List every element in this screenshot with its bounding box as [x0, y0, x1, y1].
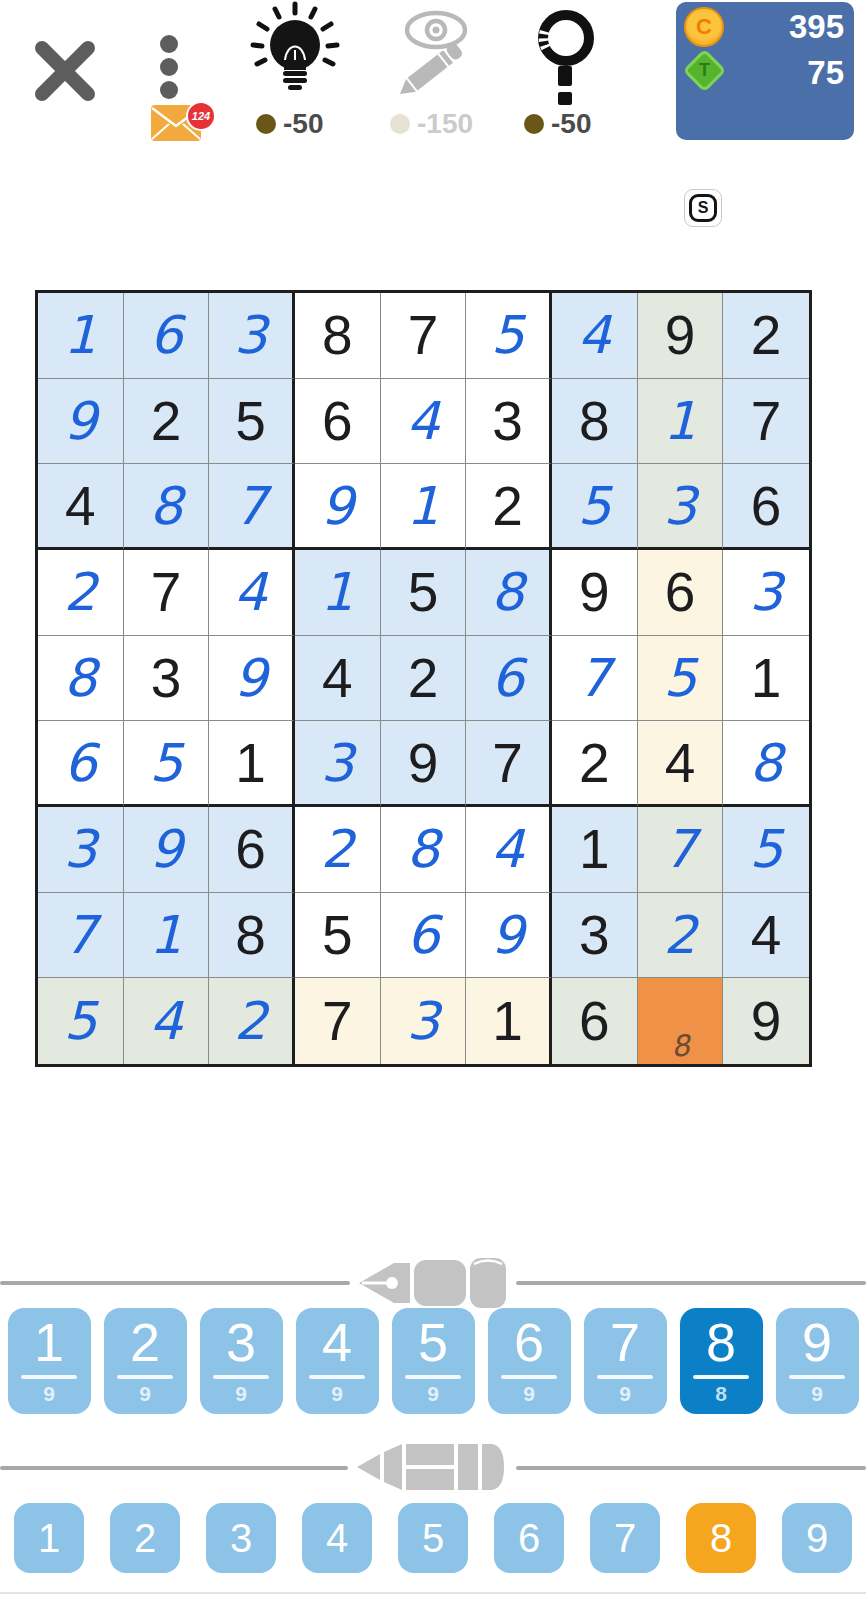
pen-number-label: 9 [802, 1312, 832, 1372]
pen-number-count: 9 [235, 1382, 247, 1406]
cell-r1c9[interactable]: 2 [723, 293, 809, 379]
cell-r2c8[interactable]: 1 [638, 379, 724, 465]
pen-number-2[interactable]: 29 [104, 1308, 187, 1414]
user-digit: 5 [578, 476, 611, 536]
given-digit: 1 [492, 989, 523, 1053]
cell-r2c6[interactable]: 3 [466, 379, 552, 465]
user-digit: 1 [406, 476, 439, 536]
given-digit: 6 [665, 560, 696, 624]
user-digit: 3 [64, 819, 97, 879]
given-digit: 2 [751, 303, 782, 367]
pen-number-count: 9 [139, 1382, 151, 1406]
cell-r8c6[interactable]: 9 [466, 893, 552, 979]
reveal-button[interactable] [386, 2, 482, 102]
user-digit: 9 [491, 905, 524, 965]
cell-r5c4[interactable]: 4 [295, 636, 381, 722]
cell-r1c5[interactable]: 7 [381, 293, 467, 379]
user-digit: 8 [750, 733, 783, 793]
cell-r5c7[interactable]: 7 [552, 636, 638, 722]
subscribe-label: Subscribe [730, 197, 851, 226]
cell-r3c4[interactable]: 9 [295, 464, 381, 550]
cell-r4c1[interactable]: 2 [38, 550, 124, 636]
given-digit: 8 [579, 389, 610, 453]
pencil-divider-line [0, 1466, 348, 1470]
cell-r4c3[interactable]: 4 [209, 550, 295, 636]
cell-r9c9[interactable]: 9 [723, 978, 809, 1064]
given-digit: 6 [579, 989, 610, 1053]
user-digit: 2 [234, 991, 267, 1051]
search-button[interactable] [526, 0, 602, 106]
cell-r8c2[interactable]: 1 [124, 893, 210, 979]
pen-number-count: 9 [811, 1382, 823, 1406]
user-digit: 9 [149, 819, 182, 879]
coin-icon [524, 114, 544, 134]
close-button[interactable] [28, 34, 102, 108]
user-digit: 5 [64, 991, 97, 1051]
underline [405, 1375, 461, 1379]
user-digit: 9 [64, 391, 97, 451]
cell-r3c9[interactable]: 6 [723, 464, 809, 550]
cell-r9c8[interactable]: 8 [638, 978, 724, 1064]
cell-r7c8[interactable]: 7 [638, 807, 724, 893]
given-digit: 1 [751, 646, 782, 710]
cell-r4c5[interactable]: 5 [381, 550, 467, 636]
pencil-numpad: 123456789 [0, 1503, 866, 1573]
pencil-number-9[interactable]: 9 [782, 1503, 852, 1573]
cell-r6c8[interactable]: 4 [638, 721, 724, 807]
user-digit: 3 [234, 305, 267, 365]
given-digit: 5 [322, 903, 353, 967]
cell-r2c4[interactable]: 6 [295, 379, 381, 465]
cell-r1c8[interactable]: 9 [638, 293, 724, 379]
user-digit: 6 [491, 648, 524, 708]
pen-number-count: 8 [715, 1382, 727, 1406]
given-digit: 2 [492, 474, 523, 538]
user-digit: 1 [663, 391, 696, 451]
cell-r3c2[interactable]: 8 [124, 464, 210, 550]
pen-number-4[interactable]: 49 [296, 1308, 379, 1414]
close-icon [28, 34, 102, 108]
pen-number-count: 9 [523, 1382, 535, 1406]
cell-r2c1[interactable]: 9 [38, 379, 124, 465]
cell-r6c6[interactable]: 7 [466, 721, 552, 807]
user-digit: 3 [406, 991, 439, 1051]
cell-r7c2[interactable]: 9 [124, 807, 210, 893]
cell-r5c5[interactable]: 2 [381, 636, 467, 722]
cell-r3c5[interactable]: 1 [381, 464, 467, 550]
user-digit: 7 [234, 476, 267, 536]
given-digit: 3 [151, 646, 182, 710]
given-digit: 7 [492, 731, 523, 795]
menu-button[interactable] [152, 32, 186, 102]
cell-r1c1[interactable]: 1 [38, 293, 124, 379]
pencil-number-4[interactable]: 4 [302, 1503, 372, 1573]
pen-numpad: 192939495969798899 [0, 1308, 866, 1414]
underline [501, 1375, 557, 1379]
user-digit: 4 [578, 305, 611, 365]
cell-r4c6[interactable]: 8 [466, 550, 552, 636]
cell-r9c3[interactable]: 2 [209, 978, 295, 1064]
user-digit: 4 [149, 991, 182, 1051]
user-digit: 3 [750, 562, 783, 622]
pen-number-count: 9 [427, 1382, 439, 1406]
given-digit: 4 [751, 903, 782, 967]
cell-r9c5[interactable]: 3 [381, 978, 467, 1064]
user-digit: 1 [149, 905, 182, 965]
given-digit: 7 [151, 560, 182, 624]
given-digit: 7 [751, 389, 782, 453]
underline [309, 1375, 365, 1379]
underline [213, 1375, 269, 1379]
pencil-number-7[interactable]: 7 [590, 1503, 660, 1573]
cell-r8c8[interactable]: 2 [638, 893, 724, 979]
pen-number-1[interactable]: 19 [8, 1308, 91, 1414]
given-digit: 5 [408, 560, 439, 624]
pen-number-label: 8 [706, 1312, 736, 1372]
pen-number-label: 3 [226, 1312, 256, 1372]
cell-r7c1[interactable]: 3 [38, 807, 124, 893]
hint-cost: -50 [256, 108, 323, 140]
cell-r2c2[interactable]: 2 [124, 379, 210, 465]
cell-r7c9[interactable]: 5 [723, 807, 809, 893]
given-digit: 6 [751, 474, 782, 538]
cell-r6c3[interactable]: 1 [209, 721, 295, 807]
user-digit: 7 [663, 819, 696, 879]
given-digit: 4 [665, 731, 696, 795]
cell-r4c8[interactable]: 6 [638, 550, 724, 636]
cell-r1c3[interactable]: 3 [209, 293, 295, 379]
given-digit: 9 [751, 989, 782, 1053]
pen-number-label: 2 [130, 1312, 160, 1372]
given-digit: 9 [579, 560, 610, 624]
given-digit: 2 [408, 646, 439, 710]
cell-r6c4[interactable]: 3 [295, 721, 381, 807]
cell-r5c1[interactable]: 8 [38, 636, 124, 722]
cell-r8c5[interactable]: 6 [381, 893, 467, 979]
cell-r5c6[interactable]: 6 [466, 636, 552, 722]
given-digit: 7 [408, 303, 439, 367]
search-cost: -50 [524, 108, 591, 140]
cell-r9c6[interactable]: 1 [466, 978, 552, 1064]
cell-r8c4[interactable]: 5 [295, 893, 381, 979]
pen-number-label: 1 [34, 1312, 64, 1372]
cell-r1c6[interactable]: 5 [466, 293, 552, 379]
pen-divider-line [516, 1281, 866, 1285]
pen-number-5[interactable]: 59 [392, 1308, 475, 1414]
user-digit: 4 [234, 562, 267, 622]
pencil-mark: 8 [636, 1025, 724, 1068]
user-digit: 8 [149, 476, 182, 536]
cell-r5c3[interactable]: 9 [209, 636, 295, 722]
cell-r4c9[interactable]: 3 [723, 550, 809, 636]
user-digit: 4 [406, 391, 439, 451]
cell-r2c9[interactable]: 7 [723, 379, 809, 465]
cell-r3c1[interactable]: 4 [38, 464, 124, 550]
cell-r8c7[interactable]: 3 [552, 893, 638, 979]
given-digit: 6 [235, 817, 266, 881]
pencil-icon [354, 1442, 510, 1492]
user-digit: 2 [321, 819, 354, 879]
given-digit: 6 [322, 389, 353, 453]
pen-number-7[interactable]: 79 [584, 1308, 667, 1414]
given-digit: 3 [492, 389, 523, 453]
cell-r1c4[interactable]: 8 [295, 293, 381, 379]
mail-badge: 124 [186, 101, 216, 131]
cell-r2c7[interactable]: 8 [552, 379, 638, 465]
user-digit: 7 [64, 905, 97, 965]
cell-r3c7[interactable]: 5 [552, 464, 638, 550]
pencil-number-5[interactable]: 5 [398, 1503, 468, 1573]
given-digit: 3 [579, 903, 610, 967]
pen-number-label: 4 [322, 1312, 352, 1372]
coin-icon [390, 114, 410, 134]
lightbulb-icon [248, 0, 342, 104]
given-digit: 2 [151, 389, 182, 453]
subscribe-logo-icon: S [684, 189, 722, 227]
cell-r2c3[interactable]: 5 [209, 379, 295, 465]
cell-r1c2[interactable]: 6 [124, 293, 210, 379]
cell-r8c3[interactable]: 8 [209, 893, 295, 979]
pencil-number-6[interactable]: 6 [494, 1503, 564, 1573]
user-digit: 1 [64, 305, 97, 365]
hint-button[interactable] [248, 0, 342, 104]
user-digit: 3 [663, 476, 696, 536]
coin-icon: C [684, 7, 724, 47]
pen-number-label: 6 [514, 1312, 544, 1372]
user-digit: 5 [491, 305, 524, 365]
cell-r6c9[interactable]: 8 [723, 721, 809, 807]
user-digit: 5 [663, 648, 696, 708]
pen-number-6[interactable]: 69 [488, 1308, 571, 1414]
user-digit: 5 [750, 819, 783, 879]
cell-r7c4[interactable]: 2 [295, 807, 381, 893]
user-digit: 4 [491, 819, 524, 879]
cell-r9c4[interactable]: 7 [295, 978, 381, 1064]
cell-r5c2[interactable]: 3 [124, 636, 210, 722]
pencil-number-3[interactable]: 3 [206, 1503, 276, 1573]
user-digit: 2 [64, 562, 97, 622]
pencil-number-1[interactable]: 1 [14, 1503, 84, 1573]
cell-r3c3[interactable]: 7 [209, 464, 295, 550]
user-digit: 5 [149, 733, 182, 793]
given-digit: 1 [579, 817, 610, 881]
cell-r7c5[interactable]: 8 [381, 807, 467, 893]
given-digit: 5 [235, 389, 266, 453]
cell-r8c9[interactable]: 4 [723, 893, 809, 979]
cell-r7c7[interactable]: 1 [552, 807, 638, 893]
cell-r8c1[interactable]: 7 [38, 893, 124, 979]
pen-number-label: 7 [610, 1312, 640, 1372]
cell-r4c2[interactable]: 7 [124, 550, 210, 636]
reveal-cost: -150 [390, 108, 473, 140]
user-digit: 6 [149, 305, 182, 365]
kebab-menu-icon [152, 32, 186, 102]
given-digit: 8 [322, 303, 353, 367]
pen-number-label: 5 [418, 1312, 448, 1372]
pen-number-count: 9 [43, 1382, 55, 1406]
token-icon: T [683, 49, 727, 93]
cell-r7c6[interactable]: 4 [466, 807, 552, 893]
user-digit: 8 [491, 562, 524, 622]
given-digit: 1 [235, 731, 266, 795]
underline [597, 1375, 653, 1379]
given-digit: 9 [408, 731, 439, 795]
user-digit: 6 [406, 905, 439, 965]
user-digit: 6 [64, 733, 97, 793]
magnifier-question-icon [526, 0, 602, 106]
pencil-divider-line [516, 1466, 866, 1470]
underline [117, 1375, 173, 1379]
pen-number-count: 9 [619, 1382, 631, 1406]
underline [789, 1375, 845, 1379]
user-digit: 2 [663, 905, 696, 965]
cell-r5c9[interactable]: 1 [723, 636, 809, 722]
user-digit: 8 [406, 819, 439, 879]
given-digit: 4 [322, 646, 353, 710]
pen-number-3[interactable]: 39 [200, 1308, 283, 1414]
user-digit: 7 [578, 648, 611, 708]
pencil-number-8[interactable]: 8 [686, 1503, 756, 1573]
cell-r1c7[interactable]: 4 [552, 293, 638, 379]
underline [693, 1375, 749, 1379]
pen-number-9[interactable]: 99 [776, 1308, 859, 1414]
cell-r3c8[interactable]: 3 [638, 464, 724, 550]
sudoku-board: 1638754929256438174879125362741589638394… [35, 290, 812, 1067]
user-digit: 8 [64, 648, 97, 708]
pen-divider-line [0, 1281, 350, 1285]
subscribe-button[interactable]: S Subscribe [676, 94, 854, 140]
cell-r5c8[interactable]: 5 [638, 636, 724, 722]
given-digit: 7 [322, 989, 353, 1053]
given-digit: 2 [579, 731, 610, 795]
eye-pencil-icon [386, 2, 482, 102]
cell-r6c1[interactable]: 6 [38, 721, 124, 807]
cell-r9c1[interactable]: 5 [38, 978, 124, 1064]
user-digit: 9 [321, 476, 354, 536]
cell-r6c7[interactable]: 2 [552, 721, 638, 807]
token-balance: 75 [807, 54, 844, 92]
pen-number-8[interactable]: 88 [680, 1308, 763, 1414]
pencil-number-2[interactable]: 2 [110, 1503, 180, 1573]
cell-r7c3[interactable]: 6 [209, 807, 295, 893]
user-digit: 1 [321, 562, 354, 622]
cell-r3c6[interactable]: 2 [466, 464, 552, 550]
given-digit: 8 [235, 903, 266, 967]
coin-balance: 395 [789, 8, 844, 46]
bottom-hairline [0, 1592, 866, 1594]
cell-r9c7[interactable]: 6 [552, 978, 638, 1064]
wallet-panel: C 395 T 75 S Subscribe [676, 2, 854, 140]
cell-r4c7[interactable]: 9 [552, 550, 638, 636]
pen-icon [356, 1255, 510, 1311]
cell-r4c4[interactable]: 1 [295, 550, 381, 636]
user-digit: 3 [321, 733, 354, 793]
cell-r2c5[interactable]: 4 [381, 379, 467, 465]
cell-r6c5[interactable]: 9 [381, 721, 467, 807]
cell-r6c2[interactable]: 5 [124, 721, 210, 807]
coin-icon [256, 114, 276, 134]
pen-number-count: 9 [331, 1382, 343, 1406]
cell-r9c2[interactable]: 4 [124, 978, 210, 1064]
user-digit: 9 [234, 648, 267, 708]
given-digit: 9 [665, 303, 696, 367]
given-digit: 4 [65, 474, 96, 538]
underline [21, 1375, 77, 1379]
